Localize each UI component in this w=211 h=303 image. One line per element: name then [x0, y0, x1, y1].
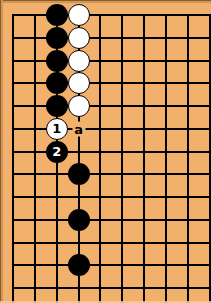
- intersection-10-1: [199, 4, 211, 27]
- intersection-1-5: [2, 95, 24, 118]
- intersection-9-5: [177, 95, 199, 118]
- intersection-4-7: [68, 140, 90, 163]
- black-stone: [68, 254, 90, 276]
- intersection-3-1: [46, 4, 68, 27]
- intersection-9-6: [177, 117, 199, 140]
- move-1-white-stone: 1: [46, 118, 68, 140]
- intersection-1-8: [2, 163, 24, 186]
- intersection-4-10: [68, 209, 90, 232]
- intersection-3-13: [46, 277, 68, 300]
- intersection-5-9: [90, 186, 112, 209]
- intersection-2-13: [24, 277, 46, 300]
- intersection-1-1: [2, 4, 24, 27]
- intersection-2-9: [24, 186, 46, 209]
- intersection-5-12: [90, 254, 112, 277]
- intersection-4-2: [68, 26, 90, 49]
- intersection-3-10: [46, 209, 68, 232]
- intersection-4-3: [68, 49, 90, 72]
- intersection-8-3: [155, 49, 177, 72]
- intersection-5-11: [90, 231, 112, 254]
- intersection-10-7: [199, 140, 211, 163]
- intersection-7-11: [133, 231, 155, 254]
- intersection-7-8: [133, 163, 155, 186]
- intersection-7-5: [133, 95, 155, 118]
- intersection-5-5: [90, 95, 112, 118]
- intersection-5-1: [90, 4, 112, 27]
- intersection-5-7: [90, 140, 112, 163]
- intersection-9-12: [177, 254, 199, 277]
- intersection-7-10: [133, 209, 155, 232]
- intersection-5-8: [90, 163, 112, 186]
- intersection-8-10: [155, 209, 177, 232]
- intersection-8-1: [155, 4, 177, 27]
- intersection-2-4: [24, 72, 46, 95]
- white-stone: [68, 27, 90, 49]
- intersection-10-4: [199, 72, 211, 95]
- intersection-2-2: [24, 26, 46, 49]
- white-stone: [68, 72, 90, 94]
- intersection-9-13: [177, 277, 199, 300]
- intersection-6-11: [111, 231, 133, 254]
- black-stone: [46, 72, 68, 94]
- intersection-10-2: [199, 26, 211, 49]
- intersection-3-6: 1: [46, 117, 68, 140]
- intersection-2-12: [24, 254, 46, 277]
- intersection-10-10: [199, 209, 211, 232]
- intersection-5-13: [90, 277, 112, 300]
- intersection-4-1: [68, 4, 90, 27]
- intersection-2-8: [24, 163, 46, 186]
- intersection-8-7: [155, 140, 177, 163]
- intersection-6-12: [111, 254, 133, 277]
- intersection-6-5: [111, 95, 133, 118]
- intersection-8-9: [155, 186, 177, 209]
- intersection-10-8: [199, 163, 211, 186]
- intersection-4-5: [68, 95, 90, 118]
- intersection-4-12: [68, 254, 90, 277]
- intersection-5-4: [90, 72, 112, 95]
- intersection-1-13: [2, 277, 24, 300]
- intersection-9-9: [177, 186, 199, 209]
- intersection-2-10: [24, 209, 46, 232]
- board-border-top: [0, 0, 211, 3]
- intersection-1-2: [2, 26, 24, 49]
- white-stone: [68, 4, 90, 26]
- intersection-10-12: [199, 254, 211, 277]
- intersection-2-3: [24, 49, 46, 72]
- intersection-3-3: [46, 49, 68, 72]
- intersection-9-11: [177, 231, 199, 254]
- intersection-6-1: [111, 4, 133, 27]
- intersection-10-13: [199, 277, 211, 300]
- intersection-1-4: [2, 72, 24, 95]
- intersection-8-13: [155, 277, 177, 300]
- white-stone: [68, 95, 90, 117]
- black-stone: [68, 163, 90, 185]
- intersection-9-2: [177, 26, 199, 49]
- intersection-8-11: [155, 231, 177, 254]
- intersection-7-12: [133, 254, 155, 277]
- intersection-7-2: [133, 26, 155, 49]
- go-board: 1a2: [2, 4, 211, 303]
- intersection-1-10: [2, 209, 24, 232]
- intersection-4-6: a: [68, 117, 90, 140]
- intersection-7-1: [133, 4, 155, 27]
- black-stone: [46, 4, 68, 26]
- intersection-3-7: 2: [46, 140, 68, 163]
- intersection-3-9: [46, 186, 68, 209]
- intersection-9-7: [177, 140, 199, 163]
- black-stone: [46, 27, 68, 49]
- intersection-5-3: [90, 49, 112, 72]
- intersection-8-4: [155, 72, 177, 95]
- intersection-2-6: [24, 117, 46, 140]
- intersection-9-8: [177, 163, 199, 186]
- intersection-7-6: [133, 117, 155, 140]
- black-stone: [68, 209, 90, 231]
- board-border-left: [0, 0, 3, 303]
- intersection-5-10: [90, 209, 112, 232]
- move-2-black-stone: 2: [46, 141, 68, 163]
- intersection-8-6: [155, 117, 177, 140]
- intersection-8-8: [155, 163, 177, 186]
- intersection-4-9: [68, 186, 90, 209]
- intersection-2-11: [24, 231, 46, 254]
- intersection-9-10: [177, 209, 199, 232]
- white-stone: [68, 50, 90, 72]
- intersection-6-4: [111, 72, 133, 95]
- intersection-7-3: [133, 49, 155, 72]
- point-label-a: a: [72, 121, 85, 136]
- intersection-6-10: [111, 209, 133, 232]
- intersection-6-6: [111, 117, 133, 140]
- intersection-1-7: [2, 140, 24, 163]
- intersection-4-8: [68, 163, 90, 186]
- intersection-4-4: [68, 72, 90, 95]
- intersection-3-8: [46, 163, 68, 186]
- intersection-10-11: [199, 231, 211, 254]
- intersection-7-9: [133, 186, 155, 209]
- intersection-10-3: [199, 49, 211, 72]
- intersection-1-11: [2, 231, 24, 254]
- intersection-1-9: [2, 186, 24, 209]
- intersection-6-13: [111, 277, 133, 300]
- intersection-8-5: [155, 95, 177, 118]
- intersection-10-6: [199, 117, 211, 140]
- intersection-3-5: [46, 95, 68, 118]
- intersection-9-1: [177, 4, 199, 27]
- intersection-9-4: [177, 72, 199, 95]
- intersection-6-8: [111, 163, 133, 186]
- intersection-9-3: [177, 49, 199, 72]
- intersection-4-13: [68, 277, 90, 300]
- intersection-7-4: [133, 72, 155, 95]
- intersection-7-7: [133, 140, 155, 163]
- intersection-6-3: [111, 49, 133, 72]
- intersection-10-9: [199, 186, 211, 209]
- intersection-5-2: [90, 26, 112, 49]
- intersection-3-4: [46, 72, 68, 95]
- intersection-6-9: [111, 186, 133, 209]
- intersection-1-12: [2, 254, 24, 277]
- go-diagram: 1a2: [0, 0, 211, 303]
- intersection-6-7: [111, 140, 133, 163]
- intersection-8-12: [155, 254, 177, 277]
- intersection-3-11: [46, 231, 68, 254]
- intersection-2-1: [24, 4, 46, 27]
- intersection-10-5: [199, 95, 211, 118]
- intersection-2-5: [24, 95, 46, 118]
- intersection-4-11: [68, 231, 90, 254]
- intersection-3-12: [46, 254, 68, 277]
- intersection-6-2: [111, 26, 133, 49]
- intersection-7-13: [133, 277, 155, 300]
- black-stone: [46, 95, 68, 117]
- intersection-3-2: [46, 26, 68, 49]
- black-stone: [46, 50, 68, 72]
- intersection-2-7: [24, 140, 46, 163]
- intersection-5-6: [90, 117, 112, 140]
- intersection-1-6: [2, 117, 24, 140]
- intersection-8-2: [155, 26, 177, 49]
- intersection-1-3: [2, 49, 24, 72]
